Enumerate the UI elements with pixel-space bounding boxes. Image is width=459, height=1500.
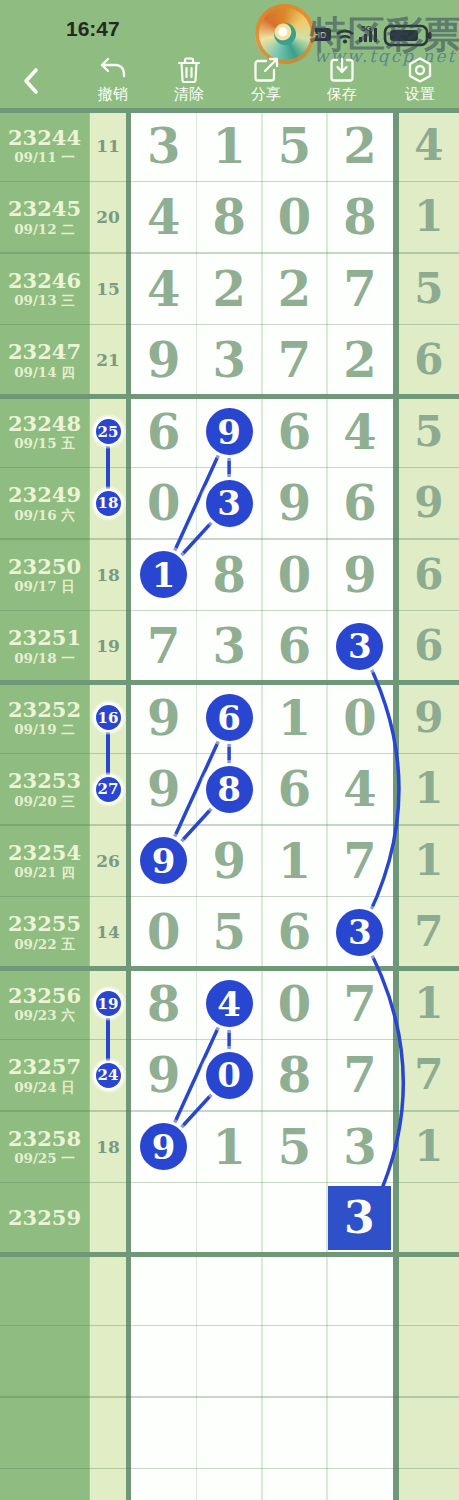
toolbar: 撤销 清除 分享 保存 设置 (0, 56, 459, 108)
digit-value: 0 (278, 193, 311, 241)
date-label: 09/15 五 (14, 436, 75, 452)
digit-cell[interactable]: 9 (131, 325, 196, 397)
table-row: 2325809/25 一1891531 (0, 1111, 459, 1183)
digit-cell[interactable]: 6 (262, 897, 327, 969)
digit-marked-circle: 3 (206, 480, 253, 527)
digit-value: 1 (278, 837, 311, 885)
date-label: 09/12 二 (14, 222, 75, 238)
period-label: 23254 (8, 841, 81, 865)
digit-value: 1 (212, 122, 245, 170)
back-button[interactable] (14, 64, 46, 100)
digit-marked-circle: 8 (206, 766, 253, 813)
last-digit-cell[interactable]: 1 (399, 182, 459, 254)
settings-icon (406, 56, 434, 84)
digit-value: 1 (278, 694, 311, 742)
digit-cell[interactable]: 9 (131, 754, 196, 826)
trash-icon (176, 56, 202, 84)
digit-cell[interactable]: 1 (196, 1111, 261, 1183)
last-digit-cell[interactable]: 1 (399, 825, 459, 897)
sum-cell[interactable]: 18 (90, 468, 126, 540)
app-screen: 2324409/11 一11315242324509/12 二204808123… (0, 0, 459, 1500)
last-digit-cell[interactable]: 9 (399, 468, 459, 540)
sum-cell[interactable]: 25 (90, 396, 126, 468)
table-row: 2324809/15 五2569645 (0, 396, 459, 468)
digit-cell[interactable]: 6 (262, 754, 327, 826)
last-digit-value: 5 (414, 411, 443, 453)
sum-value: 18 (96, 1137, 120, 1157)
share-button[interactable]: 分享 (236, 56, 296, 108)
digit-cell[interactable]: 5 (262, 110, 327, 182)
digit-cell[interactable]: 1 (196, 110, 261, 182)
status-icons: N HD 5G (295, 21, 445, 51)
period-cell: 2325609/23 六 (0, 968, 89, 1040)
digit-value: 0 (147, 908, 180, 956)
digit-value: 8 (278, 1051, 311, 1099)
digit-cell[interactable]: 9 (131, 825, 196, 897)
date-label: 09/25 一 (14, 1151, 75, 1167)
last-digit-cell[interactable]: 6 (399, 539, 459, 611)
last-digit-cell[interactable]: 4 (399, 110, 459, 182)
sum-marked-circle: 16 (96, 705, 121, 730)
table-row: 2325309/20 三2798641 (0, 754, 459, 826)
digit-value: 3 (212, 336, 245, 384)
table-row: 2324709/14 四2193726 (0, 325, 459, 397)
sum-cell[interactable]: 24 (90, 1040, 126, 1112)
table-row: 2325109/18 一1973636 (0, 611, 459, 683)
digit-value: 4 (147, 265, 180, 313)
digit-cell[interactable]: 0 (131, 468, 196, 540)
digit-value: 3 (212, 622, 245, 670)
period-label: 23245 (8, 197, 81, 221)
last-digit-cell[interactable]: 5 (399, 396, 459, 468)
digit-value: 6 (278, 908, 311, 956)
sum-value: 20 (96, 207, 120, 227)
table-row: 2325209/19 二1696109 (0, 682, 459, 754)
sum-marked-circle: 27 (96, 777, 121, 802)
digit-cell[interactable]: 8 (262, 1040, 327, 1112)
sum-marked-circle: 19 (96, 991, 121, 1016)
selected-cell[interactable]: 3 (328, 1186, 390, 1251)
period-cell: 23259 (0, 1183, 89, 1255)
digit-value: 7 (278, 336, 311, 384)
period-cell: 2325509/22 五 (0, 897, 89, 969)
sum-cell[interactable] (90, 1183, 126, 1255)
period-cell: 2324909/16 六 (0, 468, 89, 540)
last-digit-value: 1 (414, 196, 443, 238)
date-label: 09/23 六 (14, 1008, 75, 1024)
digit-cell[interactable]: 3 (327, 611, 392, 683)
digit-cell[interactable]: 7 (327, 968, 392, 1040)
digit-cell[interactable]: 9 (327, 539, 392, 611)
digit-cell[interactable]: 1 (262, 682, 327, 754)
digit-value: 3 (343, 1123, 376, 1171)
digit-cell[interactable]: 7 (131, 611, 196, 683)
period-label: 23247 (8, 340, 81, 364)
undo-label: 撤销 (98, 86, 128, 101)
digit-cell[interactable]: 0 (262, 182, 327, 254)
digit-cell[interactable]: 0 (262, 539, 327, 611)
last-digit-value: 1 (414, 983, 443, 1025)
signal-5g-icon: 5G (359, 24, 377, 42)
period-cell: 2324409/11 一 (0, 110, 89, 182)
last-digit-value: 9 (414, 697, 443, 739)
settings-button[interactable]: 设置 (390, 56, 450, 108)
digit-value: 6 (278, 622, 311, 670)
sum-cell[interactable]: 18 (90, 1111, 126, 1183)
table-row: 2324509/12 二2048081 (0, 182, 459, 254)
digit-cell[interactable] (262, 1183, 327, 1255)
digit-value: 2 (343, 122, 376, 170)
digit-cell[interactable]: 6 (262, 396, 327, 468)
date-label: 09/13 三 (14, 293, 75, 309)
date-label: 09/22 五 (14, 937, 75, 953)
period-cell: 2324809/15 五 (0, 396, 89, 468)
date-label: 09/11 一 (14, 150, 75, 166)
digit-cell[interactable]: 6 (327, 468, 392, 540)
last-digit-value: 9 (414, 482, 443, 524)
digit-cell[interactable]: 7 (327, 253, 392, 325)
sum-value: 11 (96, 136, 120, 156)
digit-cell[interactable]: 2 (262, 253, 327, 325)
digit-value: 9 (147, 336, 180, 384)
date-label: 09/17 日 (14, 579, 75, 595)
digit-cell[interactable]: 8 (196, 539, 261, 611)
table-row (0, 1397, 459, 1469)
digit-value: 8 (147, 980, 180, 1028)
sum-cell[interactable]: 19 (90, 611, 126, 683)
digit-marked-circle: 3 (336, 909, 383, 956)
digit-cell[interactable]: 3 (196, 325, 261, 397)
digit-cell[interactable]: 6 (131, 396, 196, 468)
digit-value: 9 (212, 837, 245, 885)
digit-value: 9 (147, 765, 180, 813)
table-row: 2324909/16 六1803969 (0, 468, 459, 540)
sum-cell[interactable]: 19 (90, 968, 126, 1040)
digit-cell[interactable]: 2 (327, 325, 392, 397)
sum-value: 14 (96, 922, 120, 942)
digit-marked-circle: 9 (206, 408, 253, 455)
digit-value: 0 (278, 551, 311, 599)
sum-cell[interactable]: 18 (90, 539, 126, 611)
period-cell: 2325709/24 日 (0, 1040, 89, 1112)
sum-value: 19 (96, 636, 120, 656)
period-cell: 2325309/20 三 (0, 754, 89, 826)
sum-value: 21 (96, 350, 120, 370)
date-label: 09/18 一 (14, 651, 75, 667)
digit-cell[interactable]: 9 (196, 396, 261, 468)
status-bar: 16:47 N HD 5G (0, 0, 459, 56)
digit-cell[interactable]: 9 (196, 825, 261, 897)
digit-cell[interactable]: 7 (327, 825, 392, 897)
digit-value: 2 (212, 265, 245, 313)
period-cell: 2324709/14 四 (0, 325, 89, 397)
clear-label: 清除 (174, 86, 204, 101)
digit-value: 7 (343, 980, 376, 1028)
digit-value: 6 (147, 408, 180, 456)
digit-cell[interactable]: 4 (196, 968, 261, 1040)
digit-cell[interactable]: 5 (196, 897, 261, 969)
period-label: 23257 (8, 1055, 81, 1079)
undo-button[interactable]: 撤销 (83, 56, 143, 108)
digit-cell[interactable]: 0 (327, 682, 392, 754)
digit-value: 8 (212, 551, 245, 599)
digit-cell[interactable] (196, 1183, 261, 1255)
last-digit-cell[interactable]: 7 (399, 1040, 459, 1112)
digit-value: 7 (147, 622, 180, 670)
digit-cell[interactable]: 5 (262, 1111, 327, 1183)
table-row: 2324409/11 一1131524 (0, 110, 459, 182)
digit-value: 5 (278, 1123, 311, 1171)
digit-cell[interactable]: 3 (327, 1111, 392, 1183)
digit-value: 3 (147, 122, 180, 170)
digit-cell[interactable]: 0 (262, 968, 327, 1040)
digit-cell[interactable]: 1 (262, 825, 327, 897)
save-icon (328, 56, 356, 84)
period-cell: 2325109/18 一 (0, 611, 89, 683)
digit-value: 9 (147, 1051, 180, 1099)
last-digit-cell[interactable]: 1 (399, 1111, 459, 1183)
sum-marked-circle: 24 (96, 1063, 121, 1088)
sum-cell[interactable]: 16 (90, 682, 126, 754)
table-row: 232593 (0, 1183, 459, 1255)
period-label: 23246 (8, 269, 81, 293)
sum-value: 26 (96, 851, 120, 871)
last-digit-value: 4 (414, 125, 443, 167)
digit-cell[interactable] (131, 1183, 196, 1255)
sum-marked-circle: 18 (96, 491, 121, 516)
digit-cell[interactable]: 9 (131, 1111, 196, 1183)
sum-cell[interactable]: 15 (90, 253, 126, 325)
date-label: 09/16 六 (14, 508, 75, 524)
table-row (0, 1326, 459, 1398)
digit-cell[interactable]: 2 (196, 253, 261, 325)
digit-cell[interactable]: 3 (196, 611, 261, 683)
digit-cell[interactable]: 4 (327, 754, 392, 826)
digit-value: 4 (343, 408, 376, 456)
date-label: 09/20 三 (14, 794, 75, 810)
digit-value: 0 (278, 980, 311, 1028)
sum-cell[interactable]: 14 (90, 897, 126, 969)
last-digit-value: 6 (414, 625, 443, 667)
period-cell: 2325209/19 二 (0, 682, 89, 754)
digit-cell[interactable]: 3 (196, 468, 261, 540)
last-digit-cell[interactable]: 1 (399, 968, 459, 1040)
trend-grid: 2324409/11 一11315242324509/12 二204808123… (0, 0, 459, 1500)
digit-value: 5 (212, 908, 245, 956)
period-label: 23250 (8, 555, 81, 579)
last-digit-value: 1 (414, 840, 443, 882)
save-label: 保存 (327, 86, 357, 101)
digit-value: 0 (147, 479, 180, 527)
digit-value: 2 (278, 265, 311, 313)
digit-cell[interactable]: 3 (327, 1183, 392, 1255)
digit-cell[interactable]: 8 (196, 754, 261, 826)
digit-marked-circle: 1 (140, 551, 187, 598)
last-digit-value: 5 (414, 268, 443, 310)
digit-value: 1 (212, 1123, 245, 1171)
digit-cell[interactable]: 6 (196, 682, 261, 754)
period-label: 23249 (8, 483, 81, 507)
nfc-icon: N (295, 26, 306, 43)
period-label: 23252 (8, 698, 81, 722)
digit-value: 9 (147, 694, 180, 742)
last-digit-cell[interactable]: 7 (399, 897, 459, 969)
sum-cell[interactable]: 20 (90, 182, 126, 254)
digit-value: 2 (343, 336, 376, 384)
period-cell: 2325009/17 日 (0, 539, 89, 611)
period-cell: 2325809/25 一 (0, 1111, 89, 1183)
digit-cell[interactable]: 7 (327, 1040, 392, 1112)
period-label: 23258 (8, 1127, 81, 1151)
table-row: 2325509/22 五1405637 (0, 897, 459, 969)
last-digit-value: 6 (414, 339, 443, 381)
digit-cell[interactable]: 9 (262, 468, 327, 540)
date-label: 09/14 四 (14, 365, 75, 381)
period-label: 23253 (8, 769, 81, 793)
wifi-icon (337, 31, 353, 44)
digit-value: 0 (343, 694, 376, 742)
date-label: 09/24 日 (14, 1080, 75, 1096)
digit-value: 7 (343, 265, 376, 313)
clock-text: 16:47 (66, 17, 120, 41)
svg-text:HD: HD (314, 30, 327, 40)
digit-cell[interactable]: 6 (262, 611, 327, 683)
digit-cell[interactable]: 1 (131, 539, 196, 611)
sum-cell[interactable]: 27 (90, 754, 126, 826)
last-digit-cell[interactable] (399, 1183, 459, 1255)
digit-value: 5 (278, 122, 311, 170)
digit-cell[interactable]: 7 (262, 325, 327, 397)
sum-marked-circle: 25 (96, 419, 121, 444)
digit-marked-circle: 9 (140, 837, 187, 884)
digit-value: 4 (343, 765, 376, 813)
last-digit-cell[interactable]: 5 (399, 253, 459, 325)
digit-cell[interactable]: 4 (131, 182, 196, 254)
digit-marked-circle: 9 (140, 1123, 187, 1170)
digit-marked-circle: 6 (206, 694, 253, 741)
table-row (0, 1469, 459, 1500)
digit-cell[interactable]: 3 (327, 897, 392, 969)
last-digit-value: 6 (414, 554, 443, 596)
sum-cell[interactable]: 26 (90, 825, 126, 897)
digit-value: 7 (343, 1051, 376, 1099)
digit-cell[interactable]: 0 (196, 1040, 261, 1112)
sum-value: 18 (96, 565, 120, 585)
last-digit-value: 1 (414, 768, 443, 810)
digit-value: 6 (278, 408, 311, 456)
period-label: 23251 (8, 626, 81, 650)
digit-value: 6 (278, 765, 311, 813)
digit-cell[interactable]: 3 (131, 110, 196, 182)
battery-icon (385, 26, 432, 45)
last-digit-cell[interactable]: 9 (399, 682, 459, 754)
last-digit-cell[interactable]: 1 (399, 754, 459, 826)
save-button[interactable]: 保存 (312, 56, 372, 108)
digit-cell[interactable]: 4 (131, 253, 196, 325)
digit-marked-circle: 3 (336, 623, 383, 670)
digit-cell[interactable]: 0 (131, 897, 196, 969)
digit-cell[interactable]: 2 (327, 110, 392, 182)
undo-icon (98, 56, 128, 84)
sum-cell[interactable]: 11 (90, 110, 126, 182)
digit-value: 9 (278, 479, 311, 527)
sum-cell[interactable]: 21 (90, 325, 126, 397)
period-cell: 2324509/12 二 (0, 182, 89, 254)
digit-cell[interactable]: 9 (131, 1040, 196, 1112)
digit-cell[interactable]: 4 (327, 396, 392, 468)
digit-value: 8 (343, 193, 376, 241)
date-label: 09/19 二 (14, 722, 75, 738)
period-label: 23256 (8, 984, 81, 1008)
period-label: 23255 (8, 912, 81, 936)
last-digit-value: 1 (414, 1126, 443, 1168)
share-label: 分享 (251, 86, 281, 101)
table-row: 2325609/23 六1984071 (0, 968, 459, 1040)
digit-value: 9 (343, 551, 376, 599)
digit-cell[interactable]: 9 (131, 682, 196, 754)
table-row: 2325409/21 四2699171 (0, 825, 459, 897)
table-row: 2325009/17 日1818096 (0, 539, 459, 611)
digit-value: 8 (212, 193, 245, 241)
digit-value: 6 (343, 479, 376, 527)
digit-marked-circle: 0 (206, 1052, 253, 1099)
settings-label: 设置 (405, 86, 435, 101)
period-label: 23259 (8, 1206, 81, 1230)
period-cell: 2324609/13 三 (0, 253, 89, 325)
digit-value: 7 (343, 837, 376, 885)
digit-cell[interactable]: 8 (131, 968, 196, 1040)
period-label: 23244 (8, 126, 81, 150)
chevron-left-icon (20, 66, 42, 96)
share-icon (252, 56, 280, 84)
last-digit-cell[interactable]: 6 (399, 611, 459, 683)
table-row: 2325709/24 日2490877 (0, 1040, 459, 1112)
period-cell: 2325409/21 四 (0, 825, 89, 897)
last-digit-value: 7 (414, 1054, 443, 1096)
clear-button[interactable]: 清除 (159, 56, 219, 108)
sum-value: 15 (96, 279, 120, 299)
date-label: 09/21 四 (14, 865, 75, 881)
digit-cell[interactable]: 8 (196, 182, 261, 254)
table-row: 2324609/13 三1542275 (0, 253, 459, 325)
table-row (0, 1254, 459, 1326)
digit-cell[interactable]: 8 (327, 182, 392, 254)
period-label: 23248 (8, 412, 81, 436)
last-digit-cell[interactable]: 6 (399, 325, 459, 397)
last-digit-value: 7 (414, 911, 443, 953)
digit-marked-circle: 4 (206, 980, 253, 1027)
digit-value: 4 (147, 193, 180, 241)
